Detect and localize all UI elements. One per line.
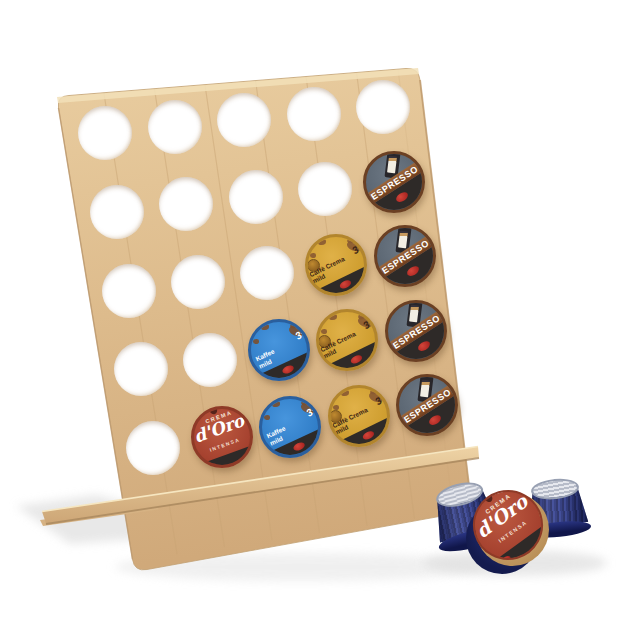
board-hole-r1c4 [287,87,341,141]
espresso-artwork: ESPRESSO [396,374,458,436]
capsule-artwork: Kaffeemild3½ [259,396,321,458]
capsule-artwork: Caffè Cremamild3½ [328,385,390,447]
doro-artwork: CREMAd'OroINTENSA [191,406,253,468]
pot-emblem-icon [482,490,495,504]
espresso-artwork: ESPRESSO [374,225,436,287]
board-hole-r2c2 [159,177,213,231]
capsule-doro-r5c2: CREMAd'OroINTENSA [191,406,253,468]
capsule-artwork: Caffè Cremamild3½ [316,309,378,371]
board-hole-r4c1 [114,342,168,396]
capsule-kaffee_mild-r5c3: Kaffeemild3½ [259,396,321,458]
capsule-caffe_crema-r5c4: Caffè Cremamild3½ [328,385,390,447]
capsule-espresso-r5c5: ESPRESSO [396,374,458,436]
board-hole-r3c3 [240,246,294,300]
capsule-caffe_crema-r3c4: Caffè Cremamild3½ [305,234,367,296]
board-hole-r3c1 [102,264,156,318]
capsule-caffe_crema-r4c4: Caffè Cremamild3½ [316,309,378,371]
board-hole-r2c3 [229,170,283,224]
board-hole-r4c2 [183,333,237,387]
capsule-espresso-r3c5: ESPRESSO [374,225,436,287]
board-hole-r5c1 [126,421,180,475]
espresso-artwork: ESPRESSO [363,151,425,213]
espresso-artwork: ESPRESSO [385,300,447,362]
board-hole-r1c2 [148,100,202,154]
board-hole-r2c4 [298,162,352,216]
board-hole-r1c3 [217,93,271,147]
capsule-artwork: Caffè Cremamild3½ [305,234,367,296]
board-hole-r1c1 [78,106,132,160]
capsule-espresso-r4c5: ESPRESSO [385,300,447,362]
board-hole-r2c1 [90,185,144,239]
capsule-espresso-r2c5: ESPRESSO [363,151,425,213]
loose-capsule-crema-doro: CREMAd'OroINTENSA [466,490,550,576]
board-hole-r3c2 [171,255,225,309]
capsule-artwork: Kaffeemild3½ [248,319,310,381]
board-hole-r1c5 [356,80,410,134]
product-photo-scene: ESPRESSOCaffè Cremamild3½ESPRESSOKaffeem… [0,0,640,640]
capsule-kaffee_mild-r4c3: Kaffeemild3½ [248,319,310,381]
